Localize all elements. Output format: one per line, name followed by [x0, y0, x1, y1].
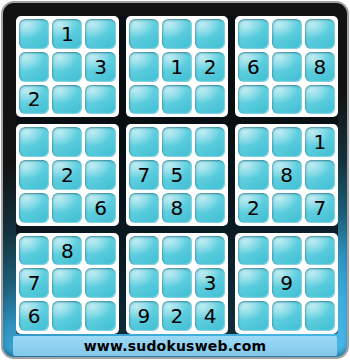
block-r3c3: 9	[235, 233, 338, 334]
cell-r9c1[interactable]: 6	[19, 301, 49, 331]
cell-r9c6[interactable]: 4	[195, 301, 225, 331]
cell-r6c5[interactable]: 8	[162, 193, 192, 223]
cell-r3c2[interactable]	[52, 85, 82, 115]
cell-r8c9[interactable]	[305, 268, 335, 298]
cell-r1c4[interactable]	[129, 19, 159, 49]
cell-r9c4[interactable]: 9	[129, 301, 159, 331]
cell-r4c3[interactable]	[85, 127, 115, 157]
cell-r8c7[interactable]	[238, 268, 268, 298]
block-r3c1: 876	[16, 233, 119, 334]
cell-r5c4[interactable]: 7	[129, 160, 159, 190]
cell-r5c3[interactable]	[85, 160, 115, 190]
cell-r9c8[interactable]	[272, 301, 302, 331]
cell-r8c5[interactable]	[162, 268, 192, 298]
cell-r4c2[interactable]	[52, 127, 82, 157]
cell-r8c2[interactable]	[52, 268, 82, 298]
cell-r3c6[interactable]	[195, 85, 225, 115]
cell-r1c2[interactable]: 1	[52, 19, 82, 49]
cell-r1c3[interactable]	[85, 19, 115, 49]
cell-r4c5[interactable]	[162, 127, 192, 157]
cell-r4c6[interactable]	[195, 127, 225, 157]
cell-r6c4[interactable]	[129, 193, 159, 223]
cell-r3c3[interactable]	[85, 85, 115, 115]
cell-r5c1[interactable]	[19, 160, 49, 190]
block-r2c2: 758	[126, 124, 229, 225]
sudoku-board: 132126826758182787639249	[16, 16, 338, 334]
cell-r4c9[interactable]: 1	[305, 127, 335, 157]
cell-r2c7[interactable]: 6	[238, 52, 268, 82]
cell-r7c3[interactable]	[85, 236, 115, 266]
cell-r8c4[interactable]	[129, 268, 159, 298]
cell-r4c4[interactable]	[129, 127, 159, 157]
cell-r2c5[interactable]: 1	[162, 52, 192, 82]
cell-r5c2[interactable]: 2	[52, 160, 82, 190]
cell-r2c1[interactable]	[19, 52, 49, 82]
cell-r2c4[interactable]	[129, 52, 159, 82]
block-r2c1: 26	[16, 124, 119, 225]
block-r2c3: 1827	[235, 124, 338, 225]
cell-r9c7[interactable]	[238, 301, 268, 331]
cell-r7c8[interactable]	[272, 236, 302, 266]
cell-r6c3[interactable]: 6	[85, 193, 115, 223]
cell-r3c4[interactable]	[129, 85, 159, 115]
cell-r6c8[interactable]	[272, 193, 302, 223]
cell-r5c7[interactable]	[238, 160, 268, 190]
cell-r2c2[interactable]	[52, 52, 82, 82]
footer-url: www.sudokusweb.com	[84, 338, 267, 354]
cell-r3c9[interactable]	[305, 85, 335, 115]
block-r1c2: 12	[126, 16, 229, 117]
cell-r8c1[interactable]: 7	[19, 268, 49, 298]
cell-r3c1[interactable]: 2	[19, 85, 49, 115]
cell-r7c5[interactable]	[162, 236, 192, 266]
cell-r2c9[interactable]: 8	[305, 52, 335, 82]
block-r1c1: 132	[16, 16, 119, 117]
cell-r4c8[interactable]	[272, 127, 302, 157]
block-r1c3: 68	[235, 16, 338, 117]
cell-r1c7[interactable]	[238, 19, 268, 49]
cell-r7c2[interactable]: 8	[52, 236, 82, 266]
cell-r4c7[interactable]	[238, 127, 268, 157]
cell-r9c2[interactable]	[52, 301, 82, 331]
cell-r7c9[interactable]	[305, 236, 335, 266]
cell-r2c6[interactable]: 2	[195, 52, 225, 82]
cell-r6c1[interactable]	[19, 193, 49, 223]
cell-r2c3[interactable]: 3	[85, 52, 115, 82]
cell-r1c1[interactable]	[19, 19, 49, 49]
cell-r3c8[interactable]	[272, 85, 302, 115]
cell-r2c8[interactable]	[272, 52, 302, 82]
cell-r7c4[interactable]	[129, 236, 159, 266]
cell-r1c6[interactable]	[195, 19, 225, 49]
cell-r5c8[interactable]: 8	[272, 160, 302, 190]
cell-r3c5[interactable]	[162, 85, 192, 115]
puzzle-frame: 132126826758182787639249 www.sudokusweb.…	[1, 1, 349, 359]
cell-r9c9[interactable]	[305, 301, 335, 331]
cell-r7c1[interactable]	[19, 236, 49, 266]
cell-r1c5[interactable]	[162, 19, 192, 49]
cell-r6c2[interactable]	[52, 193, 82, 223]
cell-r5c6[interactable]	[195, 160, 225, 190]
cell-r8c6[interactable]: 3	[195, 268, 225, 298]
cell-r1c9[interactable]	[305, 19, 335, 49]
cell-r5c5[interactable]: 5	[162, 160, 192, 190]
cell-r7c6[interactable]	[195, 236, 225, 266]
cell-r4c1[interactable]	[19, 127, 49, 157]
cell-r7c7[interactable]	[238, 236, 268, 266]
cell-r6c7[interactable]: 2	[238, 193, 268, 223]
footer-bar: www.sudokusweb.com	[13, 336, 337, 356]
block-r3c2: 3924	[126, 233, 229, 334]
cell-r6c6[interactable]	[195, 193, 225, 223]
cell-r6c9[interactable]: 7	[305, 193, 335, 223]
cell-r9c3[interactable]	[85, 301, 115, 331]
cell-r8c8[interactable]: 9	[272, 268, 302, 298]
cell-r5c9[interactable]	[305, 160, 335, 190]
cell-r8c3[interactable]	[85, 268, 115, 298]
cell-r9c5[interactable]: 2	[162, 301, 192, 331]
cell-r3c7[interactable]	[238, 85, 268, 115]
cell-r1c8[interactable]	[272, 19, 302, 49]
